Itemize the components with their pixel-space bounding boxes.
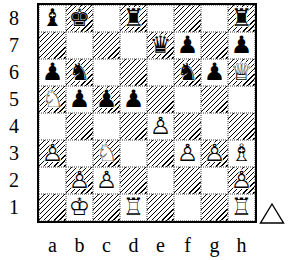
square-g3[interactable]: ♟♙ xyxy=(201,140,228,167)
square-f2[interactable] xyxy=(174,167,201,194)
square-f3[interactable]: ♟♙ xyxy=(174,140,201,167)
chess-diagram: 87654321 ♝♝♚♚♜♜♜♜♛♛♟♟♟♟♟♟♞♞♞♞♟♟♛♕♞♘♟♟♟♟♟… xyxy=(0,0,288,260)
square-c8[interactable] xyxy=(93,5,120,32)
black-pawn[interactable]: ♟♟ xyxy=(93,86,120,113)
square-d7[interactable] xyxy=(120,32,147,59)
file-label-g: g xyxy=(201,233,228,257)
square-g6[interactable]: ♟♟ xyxy=(201,59,228,86)
black-pawn[interactable]: ♟♟ xyxy=(228,32,255,59)
square-e4[interactable]: ♟♙ xyxy=(147,113,174,140)
square-b3[interactable] xyxy=(66,140,93,167)
black-pawn[interactable]: ♟♟ xyxy=(66,86,93,113)
square-a2[interactable] xyxy=(39,167,66,194)
square-g1[interactable] xyxy=(201,194,228,221)
square-h2[interactable]: ♟♙ xyxy=(228,167,255,194)
square-h7[interactable]: ♟♟ xyxy=(228,32,255,59)
square-h5[interactable] xyxy=(228,86,255,113)
black-knight[interactable]: ♞♞ xyxy=(66,59,93,86)
square-a1[interactable] xyxy=(39,194,66,221)
square-d4[interactable] xyxy=(120,113,147,140)
white-pawn[interactable]: ♟♙ xyxy=(93,167,120,194)
black-king[interactable]: ♚♚ xyxy=(66,5,93,32)
black-pawn[interactable]: ♟♟ xyxy=(120,86,147,113)
black-rook[interactable]: ♜♜ xyxy=(228,5,255,32)
white-pawn[interactable]: ♟♙ xyxy=(66,167,93,194)
rank-label-3: 3 xyxy=(2,140,26,167)
square-b5[interactable]: ♟♟ xyxy=(66,86,93,113)
file-label-d: d xyxy=(120,233,147,257)
square-h1[interactable]: ♜♖ xyxy=(228,194,255,221)
square-a6[interactable]: ♟♟ xyxy=(39,59,66,86)
square-g5[interactable] xyxy=(201,86,228,113)
square-g8[interactable] xyxy=(201,5,228,32)
white-pawn[interactable]: ♟♙ xyxy=(147,113,174,140)
rank-label-6: 6 xyxy=(2,59,26,86)
square-g4[interactable] xyxy=(201,113,228,140)
square-c1[interactable] xyxy=(93,194,120,221)
square-e8[interactable] xyxy=(147,5,174,32)
square-c6[interactable] xyxy=(93,59,120,86)
square-a4[interactable] xyxy=(39,113,66,140)
square-d5[interactable]: ♟♟ xyxy=(120,86,147,113)
black-pawn[interactable]: ♟♟ xyxy=(201,59,228,86)
square-d6[interactable] xyxy=(120,59,147,86)
rank-label-7: 7 xyxy=(2,32,26,59)
square-d8[interactable]: ♜♜ xyxy=(120,5,147,32)
square-b6[interactable]: ♞♞ xyxy=(66,59,93,86)
white-rook[interactable]: ♜♖ xyxy=(228,194,255,221)
white-to-move-triangle-icon xyxy=(259,202,285,225)
square-h6[interactable]: ♛♕ xyxy=(228,59,255,86)
square-f8[interactable] xyxy=(174,5,201,32)
square-d3[interactable] xyxy=(120,140,147,167)
white-knight[interactable]: ♞♘ xyxy=(39,86,66,113)
square-e2[interactable] xyxy=(147,167,174,194)
square-f1[interactable] xyxy=(174,194,201,221)
file-labels: abcdefgh xyxy=(39,233,255,257)
square-c5[interactable]: ♟♟ xyxy=(93,86,120,113)
square-g2[interactable] xyxy=(201,167,228,194)
rank-label-8: 8 xyxy=(2,5,26,32)
square-c4[interactable] xyxy=(93,113,120,140)
file-label-a: a xyxy=(39,233,66,257)
white-pawn[interactable]: ♟♙ xyxy=(201,140,228,167)
white-bishop[interactable]: ♝♗ xyxy=(228,140,255,167)
square-e3[interactable] xyxy=(147,140,174,167)
file-label-e: e xyxy=(147,233,174,257)
square-a8[interactable]: ♝♝ xyxy=(39,5,66,32)
square-e7[interactable]: ♛♛ xyxy=(147,32,174,59)
square-e1[interactable] xyxy=(147,194,174,221)
rank-label-2: 2 xyxy=(2,167,26,194)
square-b4[interactable] xyxy=(66,113,93,140)
square-f7[interactable]: ♟♟ xyxy=(174,32,201,59)
file-label-h: h xyxy=(228,233,255,257)
file-label-c: c xyxy=(93,233,120,257)
rank-label-4: 4 xyxy=(2,113,26,140)
square-g7[interactable] xyxy=(201,32,228,59)
square-a7[interactable] xyxy=(39,32,66,59)
white-pawn[interactable]: ♟♙ xyxy=(174,140,201,167)
square-f4[interactable] xyxy=(174,113,201,140)
square-f5[interactable] xyxy=(174,86,201,113)
white-king[interactable]: ♚♔ xyxy=(66,194,93,221)
chess-board[interactable]: ♝♝♚♚♜♜♜♜♛♛♟♟♟♟♟♟♞♞♞♞♟♟♛♕♞♘♟♟♟♟♟♟♟♙♟♙♞♘♟♙… xyxy=(37,3,257,223)
square-e6[interactable] xyxy=(147,59,174,86)
square-f6[interactable]: ♞♞ xyxy=(174,59,201,86)
white-pawn[interactable]: ♟♙ xyxy=(39,140,66,167)
file-label-b: b xyxy=(66,233,93,257)
white-queen[interactable]: ♛♕ xyxy=(228,59,255,86)
white-pawn[interactable]: ♟♙ xyxy=(228,167,255,194)
black-rook[interactable]: ♜♜ xyxy=(120,5,147,32)
square-h4[interactable] xyxy=(228,113,255,140)
rank-label-5: 5 xyxy=(2,86,26,113)
black-pawn[interactable]: ♟♟ xyxy=(39,59,66,86)
square-d1[interactable]: ♜♖ xyxy=(120,194,147,221)
square-b7[interactable] xyxy=(66,32,93,59)
square-a5[interactable]: ♞♘ xyxy=(39,86,66,113)
black-bishop[interactable]: ♝♝ xyxy=(39,5,66,32)
square-c7[interactable] xyxy=(93,32,120,59)
square-b8[interactable]: ♚♚ xyxy=(66,5,93,32)
file-label-f: f xyxy=(174,233,201,257)
square-h8[interactable]: ♜♜ xyxy=(228,5,255,32)
square-d2[interactable] xyxy=(120,167,147,194)
square-e5[interactable] xyxy=(147,86,174,113)
square-c2[interactable]: ♟♙ xyxy=(93,167,120,194)
white-knight[interactable]: ♞♘ xyxy=(93,140,120,167)
black-pawn[interactable]: ♟♟ xyxy=(174,32,201,59)
square-a3[interactable]: ♟♙ xyxy=(39,140,66,167)
square-b1[interactable]: ♚♔ xyxy=(66,194,93,221)
rank-labels: 87654321 xyxy=(2,5,26,221)
black-queen[interactable]: ♛♛ xyxy=(147,32,174,59)
square-h3[interactable]: ♝♗ xyxy=(228,140,255,167)
white-rook[interactable]: ♜♖ xyxy=(120,194,147,221)
square-b2[interactable]: ♟♙ xyxy=(66,167,93,194)
square-c3[interactable]: ♞♘ xyxy=(93,140,120,167)
black-knight[interactable]: ♞♞ xyxy=(174,59,201,86)
rank-label-1: 1 xyxy=(2,194,26,221)
